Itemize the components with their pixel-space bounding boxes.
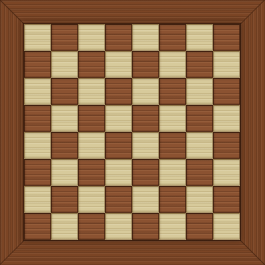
square-c6[interactable] bbox=[78, 78, 105, 105]
board-frame-top bbox=[0, 0, 265, 24]
square-h4[interactable] bbox=[213, 132, 240, 159]
square-c3[interactable] bbox=[78, 159, 105, 186]
square-g2[interactable] bbox=[186, 186, 213, 213]
square-h6[interactable] bbox=[213, 78, 240, 105]
square-h7[interactable] bbox=[213, 51, 240, 78]
square-c4[interactable] bbox=[78, 132, 105, 159]
square-e5[interactable] bbox=[132, 105, 159, 132]
square-d5[interactable] bbox=[105, 105, 132, 132]
square-a2[interactable] bbox=[24, 186, 51, 213]
square-g3[interactable] bbox=[186, 159, 213, 186]
square-b6[interactable] bbox=[51, 78, 78, 105]
square-d4[interactable] bbox=[105, 132, 132, 159]
square-e2[interactable] bbox=[132, 186, 159, 213]
square-f2[interactable] bbox=[159, 186, 186, 213]
square-d3[interactable] bbox=[105, 159, 132, 186]
square-b4[interactable] bbox=[51, 132, 78, 159]
square-g8[interactable] bbox=[186, 24, 213, 51]
square-g1[interactable] bbox=[186, 213, 213, 240]
square-g7[interactable] bbox=[186, 51, 213, 78]
square-b8[interactable] bbox=[51, 24, 78, 51]
square-a6[interactable] bbox=[24, 78, 51, 105]
square-f4[interactable] bbox=[159, 132, 186, 159]
square-d2[interactable] bbox=[105, 186, 132, 213]
board-grid bbox=[24, 24, 240, 240]
square-d7[interactable] bbox=[105, 51, 132, 78]
square-a5[interactable] bbox=[24, 105, 51, 132]
square-a4[interactable] bbox=[24, 132, 51, 159]
square-e8[interactable] bbox=[132, 24, 159, 51]
square-e7[interactable] bbox=[132, 51, 159, 78]
square-f7[interactable] bbox=[159, 51, 186, 78]
square-c5[interactable] bbox=[78, 105, 105, 132]
board-frame-left bbox=[0, 0, 24, 265]
board-frame-right bbox=[240, 0, 265, 265]
square-g5[interactable] bbox=[186, 105, 213, 132]
square-g6[interactable] bbox=[186, 78, 213, 105]
chessboard bbox=[0, 0, 265, 265]
square-a1[interactable] bbox=[24, 213, 51, 240]
square-c7[interactable] bbox=[78, 51, 105, 78]
square-e3[interactable] bbox=[132, 159, 159, 186]
square-f5[interactable] bbox=[159, 105, 186, 132]
board-frame-bottom bbox=[0, 240, 265, 265]
square-e6[interactable] bbox=[132, 78, 159, 105]
square-h2[interactable] bbox=[213, 186, 240, 213]
square-f3[interactable] bbox=[159, 159, 186, 186]
square-a3[interactable] bbox=[24, 159, 51, 186]
square-a8[interactable] bbox=[24, 24, 51, 51]
square-e4[interactable] bbox=[132, 132, 159, 159]
square-c1[interactable] bbox=[78, 213, 105, 240]
square-f6[interactable] bbox=[159, 78, 186, 105]
square-b2[interactable] bbox=[51, 186, 78, 213]
square-h8[interactable] bbox=[213, 24, 240, 51]
square-g4[interactable] bbox=[186, 132, 213, 159]
square-b5[interactable] bbox=[51, 105, 78, 132]
square-b3[interactable] bbox=[51, 159, 78, 186]
square-h5[interactable] bbox=[213, 105, 240, 132]
square-a7[interactable] bbox=[24, 51, 51, 78]
square-h3[interactable] bbox=[213, 159, 240, 186]
square-h1[interactable] bbox=[213, 213, 240, 240]
square-d8[interactable] bbox=[105, 24, 132, 51]
square-b1[interactable] bbox=[51, 213, 78, 240]
square-d1[interactable] bbox=[105, 213, 132, 240]
square-f1[interactable] bbox=[159, 213, 186, 240]
square-c8[interactable] bbox=[78, 24, 105, 51]
square-c2[interactable] bbox=[78, 186, 105, 213]
square-d6[interactable] bbox=[105, 78, 132, 105]
square-b7[interactable] bbox=[51, 51, 78, 78]
square-f8[interactable] bbox=[159, 24, 186, 51]
square-e1[interactable] bbox=[132, 213, 159, 240]
